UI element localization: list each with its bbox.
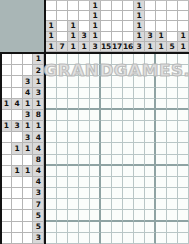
- board-cell[interactable]: [101, 121, 112, 132]
- board-cell[interactable]: [46, 76, 57, 87]
- board-cell[interactable]: [46, 233, 57, 244]
- board-cell[interactable]: [79, 121, 90, 132]
- row-clue-cell: [2, 65, 13, 76]
- board-cell[interactable]: [57, 54, 68, 65]
- board-cell[interactable]: [46, 88, 57, 99]
- board-cell[interactable]: [167, 222, 178, 233]
- col-clue-cell: [145, 11, 156, 21]
- board-cell[interactable]: [145, 233, 156, 244]
- board-cell[interactable]: [156, 177, 167, 188]
- board-cell[interactable]: [68, 65, 79, 76]
- board-cell[interactable]: [178, 233, 189, 244]
- board-cell[interactable]: [101, 99, 112, 110]
- board-cell[interactable]: [123, 222, 134, 233]
- row-clue-cell: [2, 210, 13, 221]
- board-cell[interactable]: [112, 88, 123, 99]
- board-cell[interactable]: [46, 110, 57, 121]
- board-cell[interactable]: [134, 88, 145, 99]
- board-cell[interactable]: [90, 99, 101, 110]
- row-clue-cell: [23, 199, 34, 210]
- board-cell[interactable]: [134, 65, 145, 76]
- board-cell[interactable]: [57, 143, 68, 154]
- board-cell[interactable]: [156, 76, 167, 87]
- board-cell[interactable]: [156, 88, 167, 99]
- board-cell[interactable]: [57, 121, 68, 132]
- board-cell[interactable]: [178, 65, 189, 76]
- board-cell[interactable]: [46, 132, 57, 143]
- board-cell[interactable]: [178, 199, 189, 210]
- board-cell[interactable]: [46, 210, 57, 221]
- board-cell[interactable]: [112, 132, 123, 143]
- board-cell[interactable]: [156, 199, 167, 210]
- col-clue-cell: [156, 11, 167, 21]
- row-clue-cell: [2, 76, 13, 87]
- board-cell[interactable]: [112, 110, 123, 121]
- board-cell[interactable]: [57, 188, 68, 199]
- board-cell[interactable]: [123, 199, 134, 210]
- board-cell[interactable]: [145, 210, 156, 221]
- board-cell[interactable]: [178, 54, 189, 65]
- board-cell[interactable]: [156, 155, 167, 166]
- board-cell[interactable]: [134, 54, 145, 65]
- row-clue-cell: [2, 54, 13, 65]
- row-clue-cell: [12, 132, 23, 143]
- board-cell[interactable]: [112, 222, 123, 233]
- col-clue-cell: [145, 21, 156, 31]
- board-cell[interactable]: [46, 155, 57, 166]
- board-cell[interactable]: [145, 110, 156, 121]
- board-cell[interactable]: [156, 143, 167, 154]
- board-cell[interactable]: [167, 199, 178, 210]
- board-cell[interactable]: [167, 188, 178, 199]
- board-cell[interactable]: [46, 166, 57, 177]
- board-cell[interactable]: [145, 65, 156, 76]
- board-cell[interactable]: [57, 99, 68, 110]
- row-clue-cell: [2, 177, 13, 188]
- col-clue-cell: 1: [178, 32, 189, 42]
- board-cell[interactable]: [167, 143, 178, 154]
- board-cell[interactable]: [79, 54, 90, 65]
- row-clue-cell: [23, 210, 34, 221]
- board-cell[interactable]: [156, 188, 167, 199]
- board-cell[interactable]: [68, 155, 79, 166]
- board-cell[interactable]: [68, 177, 79, 188]
- board-cell[interactable]: [167, 110, 178, 121]
- board-cell[interactable]: [178, 110, 189, 121]
- board-cell[interactable]: [145, 88, 156, 99]
- board-cell[interactable]: [79, 222, 90, 233]
- row-clue-cell: [23, 222, 34, 233]
- col-clue-cell: [123, 1, 134, 11]
- board-cell[interactable]: [145, 132, 156, 143]
- board-cell[interactable]: [178, 188, 189, 199]
- board-cell[interactable]: [79, 233, 90, 244]
- board-cell[interactable]: [167, 99, 178, 110]
- board-cell[interactable]: [68, 54, 79, 65]
- col-clue-cell: [101, 21, 112, 31]
- board-cell[interactable]: [178, 99, 189, 110]
- board-cell[interactable]: [156, 132, 167, 143]
- board-cell[interactable]: [57, 76, 68, 87]
- board-cell[interactable]: [134, 210, 145, 221]
- board-cell[interactable]: [167, 121, 178, 132]
- col-clue-cell: [112, 1, 123, 11]
- board-cell[interactable]: [46, 121, 57, 132]
- board-cell[interactable]: [101, 222, 112, 233]
- column-clues-panel: 11111111113113111711315171631151: [46, 0, 189, 52]
- board-cell[interactable]: [123, 99, 134, 110]
- board-cell[interactable]: [178, 143, 189, 154]
- board-cell[interactable]: [68, 99, 79, 110]
- col-clue-cell: [46, 1, 57, 11]
- board-cell[interactable]: [101, 210, 112, 221]
- board-cell[interactable]: [167, 88, 178, 99]
- board-cell[interactable]: [101, 132, 112, 143]
- board-cell[interactable]: [145, 188, 156, 199]
- clue-board-divider-horizontal: [0, 52, 189, 54]
- board-cell[interactable]: [46, 188, 57, 199]
- board-cell[interactable]: [90, 155, 101, 166]
- board-cell[interactable]: [167, 210, 178, 221]
- board-cell[interactable]: [57, 166, 68, 177]
- row-clue-cell: [12, 177, 23, 188]
- board-cell[interactable]: [112, 166, 123, 177]
- board-cell[interactable]: [79, 65, 90, 76]
- board-cell[interactable]: [101, 143, 112, 154]
- board-cell[interactable]: [112, 54, 123, 65]
- puzzle-board: [46, 54, 189, 244]
- board-cell[interactable]: [178, 222, 189, 233]
- board-cell[interactable]: [134, 188, 145, 199]
- row-clue-cell: 1: [12, 166, 23, 177]
- board-cell[interactable]: [101, 76, 112, 87]
- board-cell[interactable]: [134, 132, 145, 143]
- board-cell[interactable]: [178, 155, 189, 166]
- board-cell[interactable]: [90, 233, 101, 244]
- col-clue-cell: 16: [123, 42, 134, 52]
- board-cell[interactable]: [134, 121, 145, 132]
- col-clue-cell: 1: [134, 1, 145, 11]
- board-cell[interactable]: [46, 177, 57, 188]
- row-clue-cell: [12, 222, 23, 233]
- col-clue-cell: 1: [134, 21, 145, 31]
- board-cell[interactable]: [101, 110, 112, 121]
- board-cell[interactable]: [57, 177, 68, 188]
- board-cell[interactable]: [90, 54, 101, 65]
- row-clue-cell: 3: [23, 110, 34, 121]
- board-cell[interactable]: [101, 199, 112, 210]
- board-cell[interactable]: [134, 177, 145, 188]
- board-cell[interactable]: [46, 143, 57, 154]
- board-cell[interactable]: [90, 210, 101, 221]
- col-clue-cell: 1: [68, 42, 79, 52]
- row-clue-cell: [12, 155, 23, 166]
- board-cell[interactable]: [178, 132, 189, 143]
- row-clue-cell: [2, 132, 13, 143]
- board-cell[interactable]: [178, 76, 189, 87]
- board-cell[interactable]: [134, 155, 145, 166]
- board-cell[interactable]: [134, 143, 145, 154]
- row-clue-cell: [2, 143, 13, 154]
- board-cell[interactable]: [68, 199, 79, 210]
- row-clue-cell: [23, 233, 34, 244]
- row-clue-cell: [12, 210, 23, 221]
- board-cell[interactable]: [112, 121, 123, 132]
- board-cell[interactable]: [68, 110, 79, 121]
- board-cell[interactable]: [134, 199, 145, 210]
- board-cell[interactable]: [90, 76, 101, 87]
- board-cell[interactable]: [79, 143, 90, 154]
- row-clue-cell: 8: [33, 155, 44, 166]
- col-clue-cell: 1: [156, 32, 167, 42]
- board-cell[interactable]: [123, 65, 134, 76]
- col-clue-cell: [178, 21, 189, 31]
- row-clue-cell: [2, 155, 13, 166]
- board-cell[interactable]: [101, 233, 112, 244]
- row-clue-cell: 3: [23, 76, 34, 87]
- row-clue-cell: 1: [23, 99, 34, 110]
- board-cell[interactable]: [145, 166, 156, 177]
- board-cell[interactable]: [145, 99, 156, 110]
- board-cell[interactable]: [112, 199, 123, 210]
- board-cell[interactable]: [112, 188, 123, 199]
- board-cell[interactable]: [123, 143, 134, 154]
- col-clue-cell: 3: [90, 42, 101, 52]
- row-clue-cell: [2, 199, 13, 210]
- col-clue-cell: [123, 21, 134, 31]
- row-clue-cell: [2, 188, 13, 199]
- board-cell[interactable]: [112, 99, 123, 110]
- board-cell[interactable]: [79, 132, 90, 143]
- row-clue-cell: [12, 110, 23, 121]
- board-cell[interactable]: [90, 188, 101, 199]
- board-cell[interactable]: [156, 54, 167, 65]
- board-cell[interactable]: [68, 166, 79, 177]
- board-cell[interactable]: [145, 177, 156, 188]
- board-cell[interactable]: [90, 222, 101, 233]
- row-clue-cell: 3: [33, 233, 44, 244]
- board-cell[interactable]: [156, 99, 167, 110]
- board-cell[interactable]: [46, 199, 57, 210]
- board-cell[interactable]: [68, 76, 79, 87]
- board-cell[interactable]: [167, 132, 178, 143]
- col-clue-cell: [57, 32, 68, 42]
- board-cell[interactable]: [123, 233, 134, 244]
- board-cell[interactable]: [79, 177, 90, 188]
- row-clue-cell: [23, 54, 34, 65]
- board-cell[interactable]: [123, 88, 134, 99]
- board-cell[interactable]: [101, 166, 112, 177]
- board-cell[interactable]: [145, 155, 156, 166]
- board-cell[interactable]: [112, 210, 123, 221]
- board-cell[interactable]: [90, 177, 101, 188]
- board-cell[interactable]: [101, 188, 112, 199]
- col-clue-cell: [79, 11, 90, 21]
- board-cell[interactable]: [156, 121, 167, 132]
- board-cell[interactable]: [178, 88, 189, 99]
- col-clue-cell: [101, 1, 112, 11]
- col-clue-cell: [68, 11, 79, 21]
- board-cell[interactable]: [123, 121, 134, 132]
- board-cell[interactable]: [112, 143, 123, 154]
- board-cell[interactable]: [123, 132, 134, 143]
- board-cell[interactable]: [123, 110, 134, 121]
- board-cell[interactable]: [57, 233, 68, 244]
- board-cell[interactable]: [123, 166, 134, 177]
- board-cell[interactable]: [178, 121, 189, 132]
- col-clue-cell: 1: [90, 1, 101, 11]
- board-cell[interactable]: [90, 132, 101, 143]
- board-cell[interactable]: [167, 65, 178, 76]
- board-cell[interactable]: [79, 210, 90, 221]
- col-clue-cell: [167, 32, 178, 42]
- board-cell[interactable]: [46, 54, 57, 65]
- row-clue-cell: 3: [33, 188, 44, 199]
- board-cell[interactable]: [123, 54, 134, 65]
- board-cell[interactable]: [57, 65, 68, 76]
- board-cell[interactable]: [79, 88, 90, 99]
- board-cell[interactable]: [68, 210, 79, 221]
- board-cell[interactable]: [57, 210, 68, 221]
- board-cell[interactable]: [145, 199, 156, 210]
- row-clue-cell: [23, 188, 34, 199]
- row-clue-cell: [12, 65, 23, 76]
- board-cell[interactable]: [178, 210, 189, 221]
- board-cell[interactable]: [79, 110, 90, 121]
- row-clue-cell: 4: [33, 177, 44, 188]
- row-clue-cell: 1: [23, 143, 34, 154]
- board-cell[interactable]: [145, 143, 156, 154]
- board-cell[interactable]: [68, 188, 79, 199]
- col-clue-cell: [101, 11, 112, 21]
- col-clue-cell: 15: [101, 42, 112, 52]
- board-cell[interactable]: [123, 155, 134, 166]
- board-cell[interactable]: [68, 121, 79, 132]
- board-cell[interactable]: [57, 88, 68, 99]
- board-cell[interactable]: [134, 99, 145, 110]
- col-clue-cell: [178, 1, 189, 11]
- board-cell[interactable]: [112, 76, 123, 87]
- row-clue-cell: 1: [33, 54, 44, 65]
- col-clue-cell: [112, 32, 123, 42]
- board-cell[interactable]: [167, 54, 178, 65]
- board-cell[interactable]: [57, 110, 68, 121]
- board-cell[interactable]: [101, 65, 112, 76]
- board-cell[interactable]: [68, 132, 79, 143]
- row-clue-cell: 3: [23, 132, 34, 143]
- board-cell[interactable]: [79, 76, 90, 87]
- board-cell[interactable]: [68, 143, 79, 154]
- board-cell[interactable]: [178, 166, 189, 177]
- board-cell[interactable]: [167, 76, 178, 87]
- board-cell[interactable]: [134, 233, 145, 244]
- board-cell[interactable]: [90, 65, 101, 76]
- col-clue-cell: 1: [134, 32, 145, 42]
- board-cell[interactable]: [46, 99, 57, 110]
- board-cell[interactable]: [123, 210, 134, 221]
- board-cell[interactable]: [145, 222, 156, 233]
- board-cell[interactable]: [57, 132, 68, 143]
- board-cell[interactable]: [79, 166, 90, 177]
- board-cell[interactable]: [101, 54, 112, 65]
- col-clue-cell: [167, 1, 178, 11]
- board-cell[interactable]: [68, 233, 79, 244]
- board-cell[interactable]: [46, 222, 57, 233]
- board-cell[interactable]: [145, 54, 156, 65]
- col-clue-cell: 1: [46, 42, 57, 52]
- board-cell[interactable]: [156, 210, 167, 221]
- row-clue-cell: 1: [33, 76, 44, 87]
- row-clue-cell: [2, 222, 13, 233]
- board-cell[interactable]: [90, 121, 101, 132]
- board-cell[interactable]: [156, 233, 167, 244]
- board-cell[interactable]: [90, 143, 101, 154]
- board-cell[interactable]: [101, 177, 112, 188]
- board-cell[interactable]: [46, 65, 57, 76]
- row-clue-cell: 7: [33, 199, 44, 210]
- board-cell[interactable]: [134, 166, 145, 177]
- board-cell[interactable]: [167, 155, 178, 166]
- row-clue-cell: 1: [2, 99, 13, 110]
- board-cell[interactable]: [156, 166, 167, 177]
- board-cell[interactable]: [123, 177, 134, 188]
- board-cell[interactable]: [79, 199, 90, 210]
- board-cell[interactable]: [79, 99, 90, 110]
- board-cell[interactable]: [79, 155, 90, 166]
- board-cell[interactable]: [145, 76, 156, 87]
- col-clue-cell: 7: [57, 42, 68, 52]
- board-cell[interactable]: [134, 222, 145, 233]
- board-cell[interactable]: [134, 76, 145, 87]
- board-cell[interactable]: [90, 199, 101, 210]
- board-cell[interactable]: [156, 222, 167, 233]
- board-cell[interactable]: [145, 121, 156, 132]
- board-cell[interactable]: [68, 88, 79, 99]
- board-cell[interactable]: [112, 233, 123, 244]
- board-cell[interactable]: [112, 155, 123, 166]
- col-clue-cell: [57, 1, 68, 11]
- board-cell[interactable]: [90, 166, 101, 177]
- row-clue-cell: 3: [12, 121, 23, 132]
- row-clue-cell: [12, 233, 23, 244]
- board-cell[interactable]: [167, 233, 178, 244]
- board-cell[interactable]: [156, 65, 167, 76]
- board-cell[interactable]: [90, 110, 101, 121]
- board-cell[interactable]: [57, 155, 68, 166]
- board-cell[interactable]: [57, 222, 68, 233]
- board-cell[interactable]: [167, 166, 178, 177]
- board-cell[interactable]: [101, 88, 112, 99]
- board-cell[interactable]: [167, 177, 178, 188]
- board-cell[interactable]: [123, 188, 134, 199]
- board-cell[interactable]: [79, 188, 90, 199]
- board-cell[interactable]: [123, 76, 134, 87]
- board-cell[interactable]: [90, 88, 101, 99]
- col-clue-cell: 1: [79, 42, 90, 52]
- board-cell[interactable]: [57, 199, 68, 210]
- board-cell[interactable]: [178, 177, 189, 188]
- board-cell[interactable]: [112, 65, 123, 76]
- board-cell[interactable]: [134, 110, 145, 121]
- corner-block: [0, 0, 44, 52]
- board-cell[interactable]: [68, 222, 79, 233]
- board-cell[interactable]: [156, 110, 167, 121]
- board-cell[interactable]: [101, 155, 112, 166]
- col-clue-cell: [57, 21, 68, 31]
- board-cell[interactable]: [112, 177, 123, 188]
- col-clue-cell: 1: [46, 32, 57, 42]
- col-clue-cell: 1: [156, 42, 167, 52]
